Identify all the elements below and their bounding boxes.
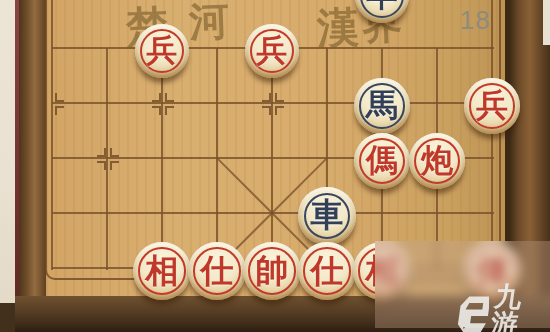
river-text-he: 河 <box>188 0 229 41</box>
piece-glyph: 帥 <box>243 242 301 300</box>
piece-glyph: 兵 <box>464 78 520 134</box>
piece-red-general[interactable]: 帥 <box>243 242 301 300</box>
piece-glyph: 炮 <box>409 133 465 189</box>
piece-glyph: 馬 <box>354 78 410 134</box>
piece-red-pawn[interactable]: 兵 <box>135 24 190 79</box>
piece-glyph: 兵 <box>245 24 300 79</box>
piece-red-pawn[interactable]: 兵 <box>245 24 300 79</box>
piece-red-pawn[interactable]: 兵 <box>464 78 520 134</box>
watermark-logo: 九游 <box>452 283 550 332</box>
piece-red-cannon[interactable]: 炮 <box>409 133 465 189</box>
level-label: 18 <box>460 5 491 36</box>
river-text-han: 漢 <box>316 6 359 49</box>
grid-vline-river-edge <box>491 0 493 48</box>
grid-vline <box>161 48 163 270</box>
piece-glyph: 相 <box>133 242 191 300</box>
piece-black-chariot[interactable]: 車 <box>298 187 355 244</box>
grid-vline <box>51 48 53 270</box>
piece-glyph: 卒 <box>355 0 409 23</box>
piece-glyph: 仕 <box>188 242 246 300</box>
grid-vline <box>106 48 108 270</box>
piece-black-pawn[interactable]: 卒 <box>355 0 409 23</box>
piece-glyph: 仕 <box>298 242 356 300</box>
xiangqi-game-screenshot: 楚 河 漢 界 18 卒兵兵馬兵傌炮車相仕帥仕相俥 九游 <box>0 0 550 332</box>
piece-glyph: 兵 <box>135 24 190 79</box>
grid-vline-river-edge <box>51 0 53 48</box>
piece-red-advisor[interactable]: 仕 <box>188 242 246 300</box>
piece-black-horse[interactable]: 馬 <box>354 78 410 134</box>
piece-glyph: 傌 <box>354 133 410 189</box>
watermark-text: 九游 <box>489 283 550 332</box>
piece-red-elephant[interactable]: 相 <box>133 242 191 300</box>
piece-red-advisor[interactable]: 仕 <box>298 242 356 300</box>
piece-glyph: 車 <box>298 187 355 244</box>
jiuyou-logo-icon <box>452 293 489 332</box>
piece-red-horse[interactable]: 傌 <box>354 133 410 189</box>
grid-vline <box>271 48 273 270</box>
grid-hline <box>52 102 494 104</box>
